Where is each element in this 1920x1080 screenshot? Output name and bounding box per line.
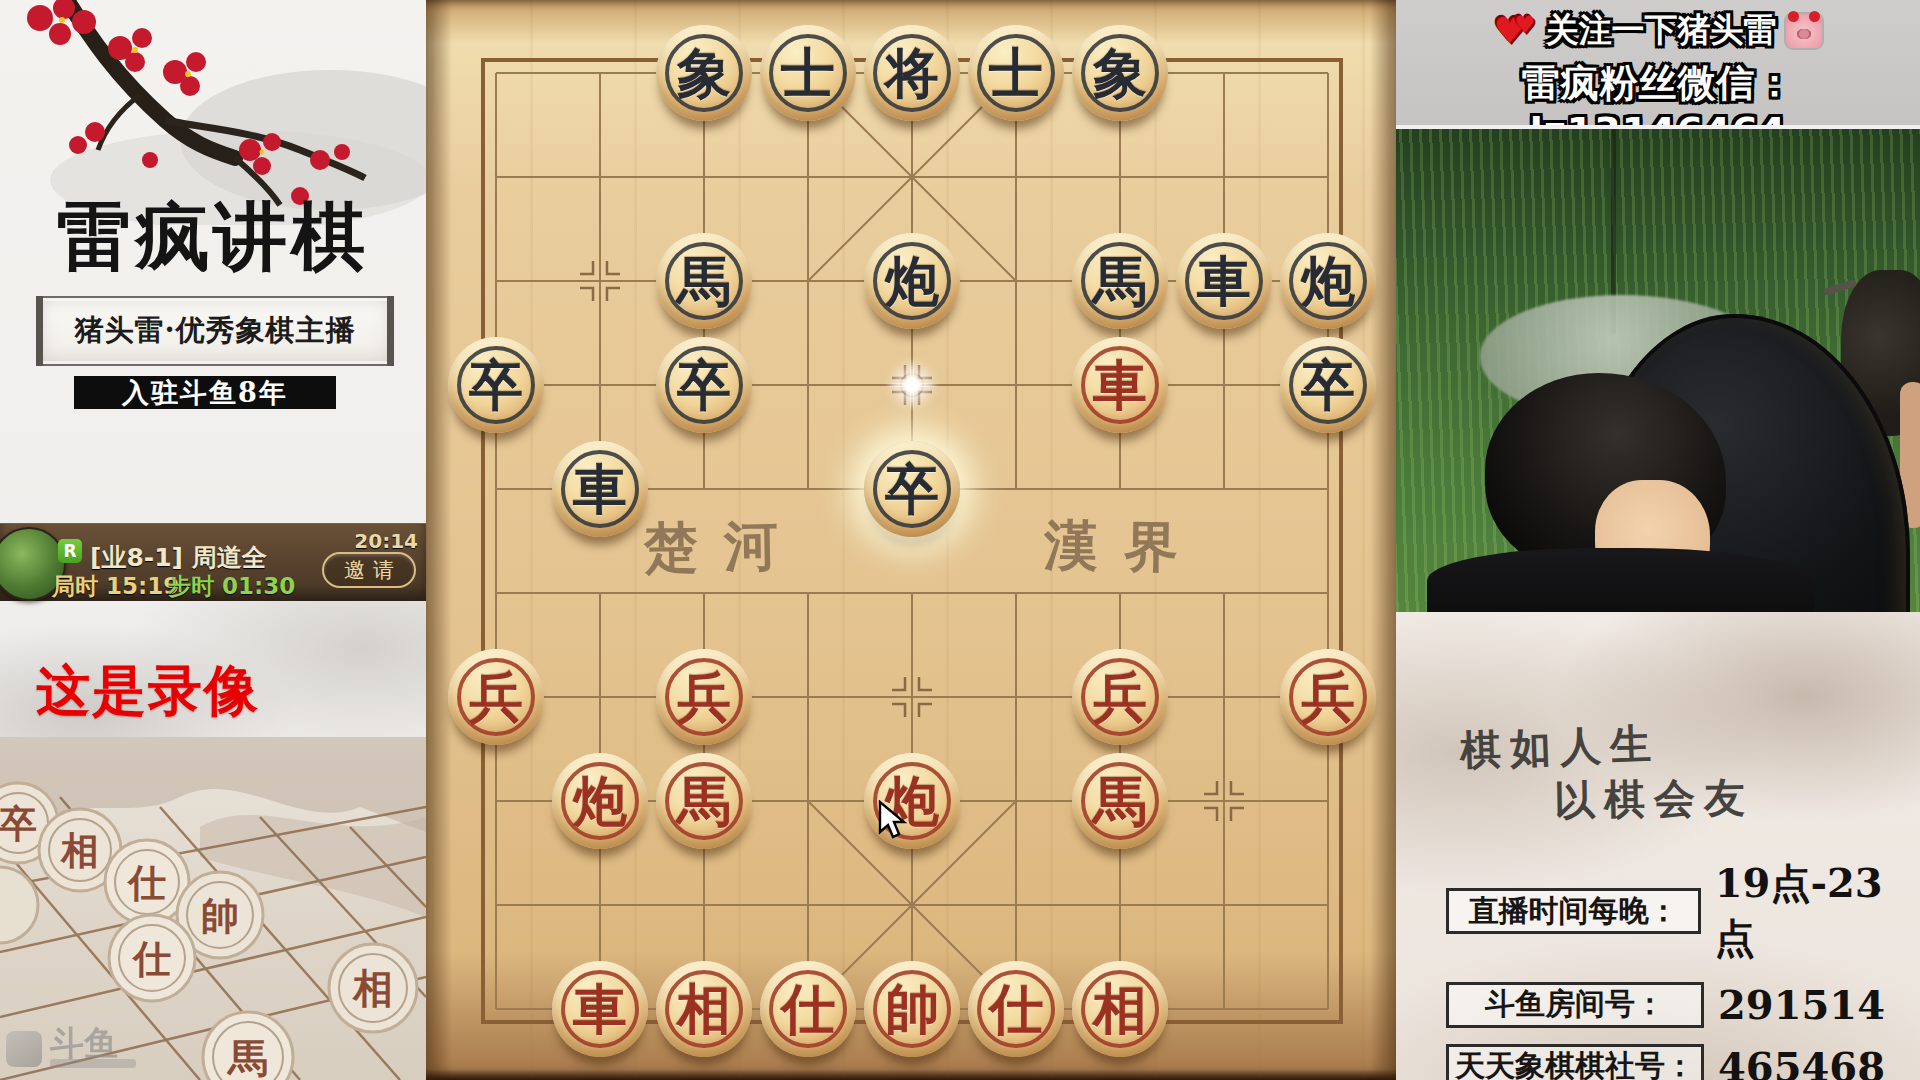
piece-black-卒[interactable]: 卒: [448, 337, 544, 433]
piece-red-兵[interactable]: 兵: [1072, 649, 1168, 745]
piece-glyph: 馬: [1093, 254, 1147, 308]
info-row-club: 天天象棋棋社号： 465468: [1446, 1043, 1920, 1080]
club-label: 天天象棋棋社号：: [1446, 1044, 1704, 1080]
piece-glyph: 炮: [573, 774, 627, 828]
tenure-banner-text: 入驻斗鱼8年: [122, 375, 288, 411]
piece-black-馬[interactable]: 馬: [656, 233, 752, 329]
mouse-cursor: [878, 800, 912, 840]
piece-glyph: 相: [1093, 982, 1147, 1036]
room-value: 291514: [1718, 981, 1885, 1028]
photo-piece: 仕: [109, 915, 195, 1001]
left-sidebar: 雷疯讲棋 猪头雷·优秀象棋主播 入驻斗鱼8年 R [业8-1] 周道全 20:1…: [0, 0, 426, 1080]
piece-glyph: 兵: [1301, 670, 1355, 724]
piece-red-帥[interactable]: 帥: [864, 961, 960, 1057]
svg-text:卒: 卒: [0, 802, 37, 846]
douyu-logo-icon: [6, 1031, 42, 1067]
piece-red-兵[interactable]: 兵: [656, 649, 752, 745]
piece-black-卒[interactable]: 卒: [656, 337, 752, 433]
invite-button[interactable]: 邀请: [322, 552, 416, 588]
piece-red-兵[interactable]: 兵: [448, 649, 544, 745]
opponent-name: [业8-1] 周道全: [90, 541, 267, 574]
tenure-banner: 入驻斗鱼8年: [74, 376, 336, 409]
piece-red-馬[interactable]: 馬: [656, 753, 752, 849]
motto-line2: 以棋会友: [1554, 770, 1755, 828]
douyu-watermark-subtext: [50, 1059, 136, 1068]
piece-black-象[interactable]: 象: [1072, 25, 1168, 121]
room-label: 斗鱼房间号：: [1446, 982, 1704, 1028]
piece-glyph: 卒: [469, 358, 523, 412]
piece-glyph: 帥: [885, 982, 939, 1036]
piece-glyph: 車: [573, 982, 627, 1036]
recording-notice: 这是录像: [36, 655, 260, 728]
xiangqi-board[interactable]: 楚河 漢界 象士将士象馬炮馬車炮卒卒車卒車卒兵兵兵兵炮馬炮馬車相仕帥仕相: [426, 0, 1396, 1080]
piece-glyph: 炮: [1301, 254, 1355, 308]
douyu-watermark: 斗鱼: [6, 1030, 136, 1068]
piece-black-馬[interactable]: 馬: [1072, 233, 1168, 329]
follow-banner: ♥♥ 关注一下猪头雷 雷疯粉丝微信：lz13146464: [1396, 0, 1920, 125]
piece-glyph: 卒: [885, 462, 939, 516]
piece-black-車[interactable]: 車: [1176, 233, 1272, 329]
piece-glyph: 車: [1093, 358, 1147, 412]
svg-text:馬: 馬: [226, 1035, 268, 1080]
piece-red-炮[interactable]: 炮: [552, 753, 648, 849]
piece-red-車[interactable]: 車: [552, 961, 648, 1057]
piece-black-士[interactable]: 士: [760, 25, 856, 121]
piece-glyph: 将: [885, 46, 939, 100]
piece-glyph: 馬: [677, 254, 731, 308]
piece-glyph: 兵: [469, 670, 523, 724]
piece-black-卒[interactable]: 卒: [1280, 337, 1376, 433]
piece-red-仕[interactable]: 仕: [760, 961, 856, 1057]
board-grid: [426, 0, 1396, 1080]
piece-glyph: 士: [989, 46, 1043, 100]
streamer-webcam: [1396, 125, 1920, 620]
move-time: 步时 01:30: [168, 571, 295, 602]
channel-title: 雷疯讲棋: [0, 196, 426, 276]
douyu-watermark-text: 斗鱼: [50, 1030, 136, 1056]
river-label-left: 楚河: [643, 510, 804, 586]
follow-text: 关注一下猪头雷: [1545, 8, 1776, 53]
piece-black-卒[interactable]: 卒: [864, 441, 960, 537]
piece-glyph: 兵: [677, 670, 731, 724]
piece-glyph: 仕: [989, 982, 1043, 1036]
piece-red-馬[interactable]: 馬: [1072, 753, 1168, 849]
piece-glyph: 兵: [1093, 670, 1147, 724]
piece-glyph: 卒: [1301, 358, 1355, 412]
info-row-room: 斗鱼房间号： 291514: [1446, 981, 1920, 1028]
piece-glyph: 車: [573, 462, 627, 516]
river-label-right: 漢界: [1043, 510, 1204, 586]
piece-red-相[interactable]: 相: [656, 961, 752, 1057]
subtitle-frame: 猪头雷·优秀象棋主播: [36, 296, 394, 366]
piece-glyph: 車: [1197, 254, 1251, 308]
piece-black-炮[interactable]: 炮: [1280, 233, 1376, 329]
piece-glyph: 馬: [677, 774, 731, 828]
plum-blossom-art: [0, 0, 426, 225]
piece-glyph: 卒: [677, 358, 731, 412]
piece-black-象[interactable]: 象: [656, 25, 752, 121]
piece-glyph: 炮: [885, 254, 939, 308]
piece-glyph: 士: [781, 46, 835, 100]
streamer-body: [1427, 548, 1815, 620]
motto-line1: 棋如人生: [1459, 717, 1661, 779]
piece-black-車[interactable]: 車: [552, 441, 648, 537]
game-time: 局时 15:19: [52, 571, 179, 602]
schedule-label: 直播时间每晚：: [1446, 888, 1701, 934]
svg-text:相: 相: [60, 829, 99, 873]
info-row-schedule: 直播时间每晚： 19点-23点: [1446, 856, 1920, 966]
wall-clock: 20:14: [354, 529, 418, 553]
svg-text:帥: 帥: [201, 894, 239, 938]
piece-black-炮[interactable]: 炮: [864, 233, 960, 329]
svg-text:仕: 仕: [131, 937, 171, 981]
piece-red-車[interactable]: 車: [1072, 337, 1168, 433]
piece-glyph: 相: [677, 982, 731, 1036]
piece-red-仕[interactable]: 仕: [968, 961, 1064, 1057]
svg-text:仕: 仕: [126, 861, 166, 905]
pig-emoji-icon: [1786, 14, 1822, 48]
piece-glyph: 象: [677, 46, 731, 100]
piece-glyph: 馬: [1093, 774, 1147, 828]
photo-piece: 馬: [203, 1012, 293, 1080]
subtitle-text: 猪头雷·优秀象棋主播: [74, 311, 355, 351]
hearts-icon: ♥♥: [1494, 13, 1536, 49]
piece-glyph: 仕: [781, 982, 835, 1036]
svg-text:相: 相: [352, 965, 393, 1011]
info-panel: 棋如人生 以棋会友 直播时间每晚： 19点-23点 斗鱼房间号： 291514 …: [1396, 612, 1920, 1080]
piece-red-兵[interactable]: 兵: [1280, 649, 1376, 745]
rank-badge: R: [58, 539, 82, 563]
schedule-value: 19点-23点: [1715, 856, 1920, 966]
right-sidebar: ♥♥ 关注一下猪头雷 雷疯粉丝微信：lz13146464 棋如人生 以棋会友 直…: [1396, 0, 1920, 1080]
piece-red-相[interactable]: 相: [1072, 961, 1168, 1057]
photo-piece: 相: [329, 944, 417, 1032]
club-value: 465468: [1718, 1043, 1885, 1080]
piece-glyph: 象: [1093, 46, 1147, 100]
piece-black-士[interactable]: 士: [968, 25, 1064, 121]
piece-black-将[interactable]: 将: [864, 25, 960, 121]
